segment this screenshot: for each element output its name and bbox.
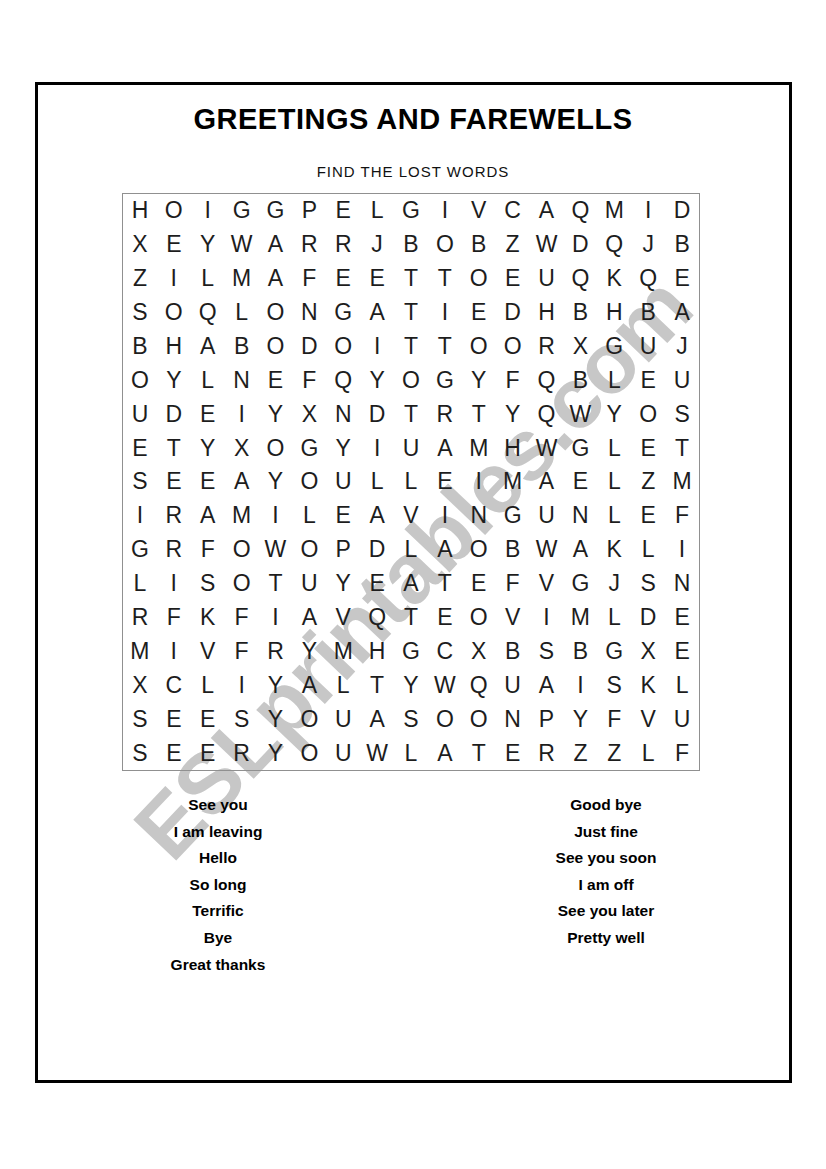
grid-cell-r2c13: W: [530, 228, 564, 262]
grid-cell-r8c12: H: [496, 431, 530, 465]
grid-cell-r12c15: J: [597, 567, 631, 601]
grid-cell-r14c9: G: [394, 634, 428, 668]
grid-cell-r14c10: C: [428, 634, 462, 668]
grid-cell-r17c6: O: [292, 736, 326, 770]
grid-cell-r14c5: R: [259, 634, 293, 668]
grid-cell-r3c4: M: [225, 262, 259, 296]
word-list-right: Good byeJust fineSee you soonI am offSee…: [476, 792, 736, 952]
grid-cell-r4c3: Q: [191, 296, 225, 330]
grid-cell-r12c8: E: [360, 567, 394, 601]
grid-cell-r4c14: B: [563, 296, 597, 330]
grid-cell-r8c15: L: [597, 431, 631, 465]
grid-cell-r4c16: B: [631, 296, 665, 330]
grid-cell-r16c8: A: [360, 702, 394, 736]
grid-cell-r10c15: L: [597, 499, 631, 533]
grid-cell-r7c17: S: [665, 397, 699, 431]
grid-cell-r10c14: N: [563, 499, 597, 533]
grid-cell-r1c5: G: [259, 194, 293, 228]
grid-cell-r4c5: O: [259, 296, 293, 330]
grid-cell-r3c10: T: [428, 262, 462, 296]
grid-cell-r3c7: E: [326, 262, 360, 296]
grid-cell-r1c7: E: [326, 194, 360, 228]
grid-cell-r13c10: E: [428, 601, 462, 635]
grid-cell-r9c13: A: [530, 465, 564, 499]
grid-cell-r6c1: O: [123, 363, 157, 397]
grid-cell-r13c12: V: [496, 601, 530, 635]
grid-cell-r9c1: S: [123, 465, 157, 499]
grid-cell-r15c8: T: [360, 668, 394, 702]
grid-cell-r1c10: I: [428, 194, 462, 228]
grid-cell-r2c8: J: [360, 228, 394, 262]
grid-cell-r5c6: D: [292, 330, 326, 364]
grid-cell-r10c17: F: [665, 499, 699, 533]
grid-cell-r11c16: L: [631, 533, 665, 567]
grid-cell-r5c8: I: [360, 330, 394, 364]
grid-cell-r12c3: S: [191, 567, 225, 601]
grid-cell-r10c13: U: [530, 499, 564, 533]
grid-cell-r12c1: L: [123, 567, 157, 601]
grid-cell-r16c4: S: [225, 702, 259, 736]
grid-cell-r11c7: P: [326, 533, 360, 567]
grid-cell-r11c13: W: [530, 533, 564, 567]
grid-cell-r8c8: I: [360, 431, 394, 465]
grid-cell-r8c5: O: [259, 431, 293, 465]
grid-cell-r15c3: L: [191, 668, 225, 702]
grid-cell-r7c4: I: [225, 397, 259, 431]
grid-cell-r7c7: N: [326, 397, 360, 431]
grid-cell-r15c4: I: [225, 668, 259, 702]
grid-cell-r6c9: O: [394, 363, 428, 397]
grid-cell-r11c5: W: [259, 533, 293, 567]
grid-cell-r6c4: N: [225, 363, 259, 397]
grid-cell-r13c3: K: [191, 601, 225, 635]
grid-cell-r3c9: T: [394, 262, 428, 296]
grid-cell-r12c11: E: [462, 567, 496, 601]
grid-cell-r5c4: B: [225, 330, 259, 364]
grid-cell-r16c5: Y: [259, 702, 293, 736]
grid-cell-r16c9: S: [394, 702, 428, 736]
grid-cell-r15c9: Y: [394, 668, 428, 702]
grid-cell-r4c2: O: [157, 296, 191, 330]
grid-cell-r12c16: S: [631, 567, 665, 601]
grid-cell-r11c17: I: [665, 533, 699, 567]
grid-cell-r11c11: O: [462, 533, 496, 567]
grid-cell-r8c3: Y: [191, 431, 225, 465]
grid-cell-r6c5: E: [259, 363, 293, 397]
grid-cell-r13c13: I: [530, 601, 564, 635]
grid-cell-r7c14: W: [563, 397, 597, 431]
grid-cell-r5c12: O: [496, 330, 530, 364]
grid-cell-r1c11: V: [462, 194, 496, 228]
grid-cell-r17c1: S: [123, 736, 157, 770]
grid-cell-r13c2: F: [157, 601, 191, 635]
grid-cell-r8c6: G: [292, 431, 326, 465]
grid-cell-r17c13: R: [530, 736, 564, 770]
grid-cell-r1c4: G: [225, 194, 259, 228]
grid-cell-r16c14: Y: [563, 702, 597, 736]
grid-cell-r13c6: A: [292, 601, 326, 635]
grid-cell-r9c12: M: [496, 465, 530, 499]
grid-cell-r2c2: E: [157, 228, 191, 262]
grid-cell-r2c11: B: [462, 228, 496, 262]
grid-cell-r12c14: G: [563, 567, 597, 601]
grid-cell-r5c11: O: [462, 330, 496, 364]
grid-cell-r13c8: Q: [360, 601, 394, 635]
grid-cell-r14c4: F: [225, 634, 259, 668]
grid-cell-r9c8: L: [360, 465, 394, 499]
grid-cell-r8c10: A: [428, 431, 462, 465]
grid-cell-r11c14: A: [563, 533, 597, 567]
grid-cell-r6c16: E: [631, 363, 665, 397]
word-list-item: See you later: [476, 898, 736, 925]
grid-cell-r3c17: E: [665, 262, 699, 296]
word-list-item: Good bye: [476, 792, 736, 819]
grid-cell-r16c2: E: [157, 702, 191, 736]
word-list-item: Terrific: [88, 898, 348, 925]
grid-cell-r7c16: O: [631, 397, 665, 431]
word-list-item: See you soon: [476, 845, 736, 872]
grid-cell-r3c1: Z: [123, 262, 157, 296]
grid-cell-r10c9: V: [394, 499, 428, 533]
grid-cell-r8c2: T: [157, 431, 191, 465]
grid-cell-r10c3: A: [191, 499, 225, 533]
word-list-item: So long: [88, 872, 348, 899]
grid-cell-r14c7: M: [326, 634, 360, 668]
grid-cell-r11c3: F: [191, 533, 225, 567]
grid-cell-r6c14: B: [563, 363, 597, 397]
grid-cell-r15c17: L: [665, 668, 699, 702]
grid-cell-r12c12: F: [496, 567, 530, 601]
grid-cell-r4c9: T: [394, 296, 428, 330]
grid-cell-r2c4: W: [225, 228, 259, 262]
grid-cell-r14c11: X: [462, 634, 496, 668]
grid-cell-r14c15: G: [597, 634, 631, 668]
grid-cell-r13c11: O: [462, 601, 496, 635]
grid-cell-r15c2: C: [157, 668, 191, 702]
grid-cell-r9c7: U: [326, 465, 360, 499]
grid-cell-r14c14: B: [563, 634, 597, 668]
word-search-grid: HOIGGPELGIVCAQMIDXEYWARRJBOBZWDQJBZILMAF…: [122, 193, 700, 771]
grid-cell-r7c2: D: [157, 397, 191, 431]
grid-cell-r5c16: U: [631, 330, 665, 364]
grid-cell-r15c7: L: [326, 668, 360, 702]
grid-cell-r7c13: Q: [530, 397, 564, 431]
grid-cell-r12c2: I: [157, 567, 191, 601]
grid-cell-r13c7: V: [326, 601, 360, 635]
grid-cell-r4c11: E: [462, 296, 496, 330]
grid-cell-r1c15: M: [597, 194, 631, 228]
grid-cell-r17c15: Z: [597, 736, 631, 770]
grid-cell-r17c17: F: [665, 736, 699, 770]
grid-cell-r17c11: T: [462, 736, 496, 770]
grid-cell-r9c2: E: [157, 465, 191, 499]
grid-cell-r5c3: A: [191, 330, 225, 364]
grid-cell-r2c15: Q: [597, 228, 631, 262]
grid-cell-r11c12: B: [496, 533, 530, 567]
grid-cell-r15c13: A: [530, 668, 564, 702]
grid-cell-r16c15: F: [597, 702, 631, 736]
grid-cell-r12c4: O: [225, 567, 259, 601]
grid-cell-r8c1: E: [123, 431, 157, 465]
grid-cell-r16c11: O: [462, 702, 496, 736]
grid-cell-r3c3: L: [191, 262, 225, 296]
grid-cell-r17c16: L: [631, 736, 665, 770]
grid-cell-r10c5: I: [259, 499, 293, 533]
grid-cell-r10c8: A: [360, 499, 394, 533]
grid-cell-r6c11: Y: [462, 363, 496, 397]
grid-cell-r5c9: T: [394, 330, 428, 364]
grid-cell-r2c6: R: [292, 228, 326, 262]
grid-cell-r1c13: A: [530, 194, 564, 228]
grid-cell-r5c10: T: [428, 330, 462, 364]
grid-cell-r8c11: M: [462, 431, 496, 465]
grid-cell-r6c17: U: [665, 363, 699, 397]
grid-cell-r10c11: N: [462, 499, 496, 533]
grid-cell-r9c15: L: [597, 465, 631, 499]
grid-cell-r5c17: J: [665, 330, 699, 364]
grid-cell-r1c16: I: [631, 194, 665, 228]
grid-cell-r3c11: O: [462, 262, 496, 296]
grid-cell-r17c7: U: [326, 736, 360, 770]
grid-cell-r5c5: O: [259, 330, 293, 364]
grid-cell-r10c10: I: [428, 499, 462, 533]
grid-cell-r3c13: U: [530, 262, 564, 296]
grid-cell-r6c6: F: [292, 363, 326, 397]
grid-cell-r17c9: L: [394, 736, 428, 770]
grid-cell-r15c16: K: [631, 668, 665, 702]
grid-cell-r7c11: T: [462, 397, 496, 431]
grid-cell-r7c10: R: [428, 397, 462, 431]
grid-cell-r9c10: E: [428, 465, 462, 499]
grid-cell-r12c5: T: [259, 567, 293, 601]
grid-cell-r3c16: Q: [631, 262, 665, 296]
grid-cell-r9c4: A: [225, 465, 259, 499]
grid-cell-r13c4: F: [225, 601, 259, 635]
grid-cell-r8c4: X: [225, 431, 259, 465]
grid-cell-r3c12: E: [496, 262, 530, 296]
grid-cell-r1c12: C: [496, 194, 530, 228]
grid-cell-r7c8: D: [360, 397, 394, 431]
grid-cell-r15c10: W: [428, 668, 462, 702]
grid-cell-r17c4: R: [225, 736, 259, 770]
grid-cell-r8c17: T: [665, 431, 699, 465]
grid-cell-r15c15: S: [597, 668, 631, 702]
grid-cell-r7c9: T: [394, 397, 428, 431]
grid-cell-r15c11: Q: [462, 668, 496, 702]
grid-cell-r15c6: A: [292, 668, 326, 702]
grid-cell-r6c2: Y: [157, 363, 191, 397]
grid-cell-r7c1: U: [123, 397, 157, 431]
grid-cell-r11c15: K: [597, 533, 631, 567]
grid-cell-r4c1: S: [123, 296, 157, 330]
grid-cell-r10c2: R: [157, 499, 191, 533]
grid-cell-r5c14: X: [563, 330, 597, 364]
grid-cell-r13c15: L: [597, 601, 631, 635]
grid-cell-r17c10: A: [428, 736, 462, 770]
grid-cell-r11c9: L: [394, 533, 428, 567]
grid-cell-r6c7: Q: [326, 363, 360, 397]
grid-cell-r11c10: A: [428, 533, 462, 567]
grid-cell-r5c1: B: [123, 330, 157, 364]
grid-cell-r13c17: E: [665, 601, 699, 635]
grid-cell-r17c14: Z: [563, 736, 597, 770]
grid-cell-r7c3: E: [191, 397, 225, 431]
grid-cell-r11c8: D: [360, 533, 394, 567]
grid-cell-r2c17: B: [665, 228, 699, 262]
grid-cell-r11c2: R: [157, 533, 191, 567]
grid-cell-r9c14: E: [563, 465, 597, 499]
grid-cell-r1c8: L: [360, 194, 394, 228]
grid-cell-r17c8: W: [360, 736, 394, 770]
grid-cell-r17c5: Y: [259, 736, 293, 770]
grid-cell-r2c7: R: [326, 228, 360, 262]
grid-cell-r10c7: E: [326, 499, 360, 533]
grid-cell-r9c6: O: [292, 465, 326, 499]
grid-cell-r1c9: G: [394, 194, 428, 228]
word-list-item: See you: [88, 792, 348, 819]
grid-cell-r1c6: P: [292, 194, 326, 228]
grid-cell-r4c10: I: [428, 296, 462, 330]
grid-cell-r4c15: H: [597, 296, 631, 330]
word-list-item: Pretty well: [476, 925, 736, 952]
grid-cell-r5c15: G: [597, 330, 631, 364]
grid-cell-r8c9: U: [394, 431, 428, 465]
worksheet-page: GREETINGS AND FAREWELLS FIND THE LOST WO…: [0, 0, 826, 1169]
grid-cell-r10c1: I: [123, 499, 157, 533]
grid-cell-r8c7: Y: [326, 431, 360, 465]
word-list-item: Hello: [88, 845, 348, 872]
grid-cell-r1c1: H: [123, 194, 157, 228]
grid-cell-r17c12: E: [496, 736, 530, 770]
grid-cell-r15c1: X: [123, 668, 157, 702]
grid-cell-r16c10: O: [428, 702, 462, 736]
grid-cell-r10c12: G: [496, 499, 530, 533]
grid-cell-r3c15: K: [597, 262, 631, 296]
grid-cell-r6c3: L: [191, 363, 225, 397]
grid-cell-r16c17: U: [665, 702, 699, 736]
grid-cell-r3c6: F: [292, 262, 326, 296]
grid-cell-r16c6: O: [292, 702, 326, 736]
grid-cell-r9c16: Z: [631, 465, 665, 499]
word-list-item: Just fine: [476, 819, 736, 846]
grid-cell-r13c9: T: [394, 601, 428, 635]
grid-cell-r1c3: I: [191, 194, 225, 228]
grid-cell-r13c16: D: [631, 601, 665, 635]
grid-cell-r13c5: I: [259, 601, 293, 635]
page-subtitle: FIND THE LOST WORDS: [0, 163, 826, 180]
grid-cell-r13c14: M: [563, 601, 597, 635]
grid-cell-r13c1: R: [123, 601, 157, 635]
grid-cell-r2c1: X: [123, 228, 157, 262]
grid-cell-r4c13: H: [530, 296, 564, 330]
grid-cell-r7c6: X: [292, 397, 326, 431]
grid-cell-r14c12: B: [496, 634, 530, 668]
grid-cell-r10c16: E: [631, 499, 665, 533]
grid-cell-r3c2: I: [157, 262, 191, 296]
grid-cell-r12c6: U: [292, 567, 326, 601]
grid-cell-r16c13: P: [530, 702, 564, 736]
grid-cell-r16c12: N: [496, 702, 530, 736]
grid-cell-r11c6: O: [292, 533, 326, 567]
grid-cell-r10c6: L: [292, 499, 326, 533]
grid-cell-r17c3: E: [191, 736, 225, 770]
grid-cell-r4c8: A: [360, 296, 394, 330]
grid-cell-r12c9: A: [394, 567, 428, 601]
grid-cell-r6c12: F: [496, 363, 530, 397]
grid-cell-r4c12: D: [496, 296, 530, 330]
grid-cell-r6c10: G: [428, 363, 462, 397]
grid-cell-r1c14: Q: [563, 194, 597, 228]
grid-cell-r16c16: V: [631, 702, 665, 736]
grid-cell-r14c1: M: [123, 634, 157, 668]
grid-cell-r16c7: U: [326, 702, 360, 736]
grid-cell-r12c10: T: [428, 567, 462, 601]
grid-cell-r16c3: E: [191, 702, 225, 736]
page-title: GREETINGS AND FAREWELLS: [0, 103, 826, 136]
grid-cell-r4c6: N: [292, 296, 326, 330]
grid-cell-r15c14: I: [563, 668, 597, 702]
grid-cell-r14c17: E: [665, 634, 699, 668]
grid-cell-r15c12: U: [496, 668, 530, 702]
grid-cell-r12c13: V: [530, 567, 564, 601]
grid-cell-r12c7: Y: [326, 567, 360, 601]
grid-cell-r14c6: Y: [292, 634, 326, 668]
grid-cell-r4c7: G: [326, 296, 360, 330]
grid-cell-r5c2: H: [157, 330, 191, 364]
grid-cell-r9c3: E: [191, 465, 225, 499]
word-list-item: I am leaving: [88, 819, 348, 846]
grid-cell-r6c13: Q: [530, 363, 564, 397]
grid-cell-r2c9: B: [394, 228, 428, 262]
grid-cell-r7c5: Y: [259, 397, 293, 431]
word-list-item: Bye: [88, 925, 348, 952]
grid-cell-r7c12: Y: [496, 397, 530, 431]
grid-cell-r14c3: V: [191, 634, 225, 668]
grid-cell-r14c13: S: [530, 634, 564, 668]
grid-cell-r12c17: N: [665, 567, 699, 601]
grid-cell-r2c10: O: [428, 228, 462, 262]
grid-cell-r5c7: O: [326, 330, 360, 364]
grid-cell-r3c5: A: [259, 262, 293, 296]
grid-cell-r10c4: M: [225, 499, 259, 533]
grid-cell-r6c8: Y: [360, 363, 394, 397]
grid-cell-r1c17: D: [665, 194, 699, 228]
grid-cell-r2c16: J: [631, 228, 665, 262]
grid-cell-r1c2: O: [157, 194, 191, 228]
grid-cell-r3c14: Q: [563, 262, 597, 296]
grid-cell-r16c1: S: [123, 702, 157, 736]
grid-cell-r17c2: E: [157, 736, 191, 770]
grid-cell-r3c8: E: [360, 262, 394, 296]
grid-cell-r7c15: Y: [597, 397, 631, 431]
grid-cell-r5c13: R: [530, 330, 564, 364]
grid-cell-r9c17: M: [665, 465, 699, 499]
grid-cell-r14c8: H: [360, 634, 394, 668]
grid-cell-r9c9: L: [394, 465, 428, 499]
grid-cell-r4c17: A: [665, 296, 699, 330]
grid-cell-r15c5: Y: [259, 668, 293, 702]
grid-cell-r9c5: Y: [259, 465, 293, 499]
grid-cell-r14c16: X: [631, 634, 665, 668]
word-list-item: I am off: [476, 872, 736, 899]
grid-cell-r2c5: A: [259, 228, 293, 262]
grid-cell-r8c14: G: [563, 431, 597, 465]
grid-cell-r11c4: O: [225, 533, 259, 567]
grid-cell-r2c12: Z: [496, 228, 530, 262]
grid-cell-r2c3: Y: [191, 228, 225, 262]
grid-cell-r6c15: L: [597, 363, 631, 397]
grid-cell-r11c1: G: [123, 533, 157, 567]
